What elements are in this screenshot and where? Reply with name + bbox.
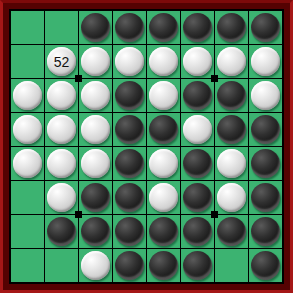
cell-a4[interactable] bbox=[11, 113, 44, 146]
cell-g6[interactable] bbox=[215, 181, 248, 214]
cell-c4[interactable] bbox=[79, 113, 112, 146]
disc-white bbox=[183, 47, 212, 76]
cell-c1[interactable] bbox=[79, 11, 112, 44]
cell-a6[interactable] bbox=[11, 181, 44, 214]
disc-white bbox=[183, 115, 212, 144]
disc-white bbox=[81, 149, 110, 178]
cell-f3[interactable] bbox=[181, 79, 214, 112]
cell-d3[interactable] bbox=[113, 79, 146, 112]
cell-b7[interactable] bbox=[45, 215, 78, 248]
cell-e8[interactable] bbox=[147, 249, 180, 282]
cell-e5[interactable] bbox=[147, 147, 180, 180]
disc-black bbox=[149, 251, 178, 280]
cell-d1[interactable] bbox=[113, 11, 146, 44]
disc-white bbox=[47, 149, 76, 178]
disc-black bbox=[183, 81, 212, 110]
disc-black bbox=[115, 217, 144, 246]
cell-h3[interactable] bbox=[249, 79, 282, 112]
disc-white bbox=[81, 81, 110, 110]
disc-black bbox=[115, 183, 144, 212]
disc-white: 52 bbox=[47, 47, 76, 76]
cell-d2[interactable] bbox=[113, 45, 146, 78]
disc-white bbox=[251, 47, 280, 76]
cell-c6[interactable] bbox=[79, 181, 112, 214]
disc-black bbox=[115, 81, 144, 110]
cell-g4[interactable] bbox=[215, 113, 248, 146]
cell-g7[interactable] bbox=[215, 215, 248, 248]
cell-h5[interactable] bbox=[249, 147, 282, 180]
star-dot bbox=[211, 211, 218, 218]
disc-black bbox=[183, 251, 212, 280]
disc-white bbox=[13, 149, 42, 178]
disc-black bbox=[217, 115, 246, 144]
disc-white bbox=[149, 47, 178, 76]
cell-b4[interactable] bbox=[45, 113, 78, 146]
cell-d5[interactable] bbox=[113, 147, 146, 180]
cell-h2[interactable] bbox=[249, 45, 282, 78]
star-dot bbox=[75, 75, 82, 82]
cell-b5[interactable] bbox=[45, 147, 78, 180]
disc-black bbox=[183, 183, 212, 212]
board-frame: 52 bbox=[0, 0, 293, 293]
disc-white bbox=[81, 47, 110, 76]
disc-black bbox=[47, 217, 76, 246]
cell-c7[interactable] bbox=[79, 215, 112, 248]
cell-b2[interactable]: 52 bbox=[45, 45, 78, 78]
cell-d8[interactable] bbox=[113, 249, 146, 282]
cell-h4[interactable] bbox=[249, 113, 282, 146]
cell-h1[interactable] bbox=[249, 11, 282, 44]
cell-a2[interactable] bbox=[11, 45, 44, 78]
cell-a3[interactable] bbox=[11, 79, 44, 112]
cell-b6[interactable] bbox=[45, 181, 78, 214]
disc-black bbox=[183, 217, 212, 246]
star-dot bbox=[211, 75, 218, 82]
cell-g2[interactable] bbox=[215, 45, 248, 78]
disc-black bbox=[81, 13, 110, 42]
disc-black bbox=[115, 13, 144, 42]
cell-a5[interactable] bbox=[11, 147, 44, 180]
move-number-label: 52 bbox=[54, 55, 70, 69]
disc-black bbox=[149, 217, 178, 246]
cell-e7[interactable] bbox=[147, 215, 180, 248]
disc-white bbox=[81, 251, 110, 280]
disc-black bbox=[251, 13, 280, 42]
cell-b1[interactable] bbox=[45, 11, 78, 44]
cell-g1[interactable] bbox=[215, 11, 248, 44]
disc-white bbox=[47, 115, 76, 144]
disc-white bbox=[47, 183, 76, 212]
cell-a8[interactable] bbox=[11, 249, 44, 282]
cell-d6[interactable] bbox=[113, 181, 146, 214]
cell-b8[interactable] bbox=[45, 249, 78, 282]
disc-black bbox=[217, 217, 246, 246]
disc-white bbox=[149, 183, 178, 212]
disc-black bbox=[217, 13, 246, 42]
disc-white bbox=[217, 183, 246, 212]
cell-c2[interactable] bbox=[79, 45, 112, 78]
cell-f1[interactable] bbox=[181, 11, 214, 44]
cell-f4[interactable] bbox=[181, 113, 214, 146]
cell-c5[interactable] bbox=[79, 147, 112, 180]
disc-black bbox=[251, 149, 280, 178]
disc-black bbox=[251, 115, 280, 144]
disc-black bbox=[115, 149, 144, 178]
disc-black bbox=[251, 183, 280, 212]
cell-f2[interactable] bbox=[181, 45, 214, 78]
disc-white bbox=[81, 115, 110, 144]
star-dot bbox=[75, 211, 82, 218]
disc-white bbox=[13, 115, 42, 144]
disc-black bbox=[149, 13, 178, 42]
disc-white bbox=[149, 149, 178, 178]
cell-c8[interactable] bbox=[79, 249, 112, 282]
othello-board: 52 bbox=[9, 9, 284, 284]
disc-black bbox=[115, 115, 144, 144]
cell-f6[interactable] bbox=[181, 181, 214, 214]
cell-e3[interactable] bbox=[147, 79, 180, 112]
disc-white bbox=[13, 81, 42, 110]
cell-f7[interactable] bbox=[181, 215, 214, 248]
disc-black bbox=[149, 115, 178, 144]
cell-d4[interactable] bbox=[113, 113, 146, 146]
disc-white bbox=[47, 81, 76, 110]
cell-c3[interactable] bbox=[79, 79, 112, 112]
cell-g3[interactable] bbox=[215, 79, 248, 112]
disc-black bbox=[251, 251, 280, 280]
cell-a7[interactable] bbox=[11, 215, 44, 248]
cell-h7[interactable] bbox=[249, 215, 282, 248]
cell-g5[interactable] bbox=[215, 147, 248, 180]
disc-white bbox=[115, 47, 144, 76]
cell-g8[interactable] bbox=[215, 249, 248, 282]
disc-white bbox=[217, 47, 246, 76]
disc-black bbox=[115, 251, 144, 280]
disc-black bbox=[81, 217, 110, 246]
cell-a1[interactable] bbox=[11, 11, 44, 44]
disc-black bbox=[81, 183, 110, 212]
disc-black bbox=[251, 217, 280, 246]
disc-black bbox=[183, 149, 212, 178]
disc-white bbox=[251, 81, 280, 110]
cell-h6[interactable] bbox=[249, 181, 282, 214]
cell-f5[interactable] bbox=[181, 147, 214, 180]
cell-b3[interactable] bbox=[45, 79, 78, 112]
cell-f8[interactable] bbox=[181, 249, 214, 282]
cell-e1[interactable] bbox=[147, 11, 180, 44]
disc-black bbox=[183, 13, 212, 42]
cell-e4[interactable] bbox=[147, 113, 180, 146]
disc-white bbox=[149, 81, 178, 110]
cell-e2[interactable] bbox=[147, 45, 180, 78]
cell-d7[interactable] bbox=[113, 215, 146, 248]
disc-white bbox=[217, 149, 246, 178]
cell-h8[interactable] bbox=[249, 249, 282, 282]
cell-e6[interactable] bbox=[147, 181, 180, 214]
disc-black bbox=[217, 81, 246, 110]
